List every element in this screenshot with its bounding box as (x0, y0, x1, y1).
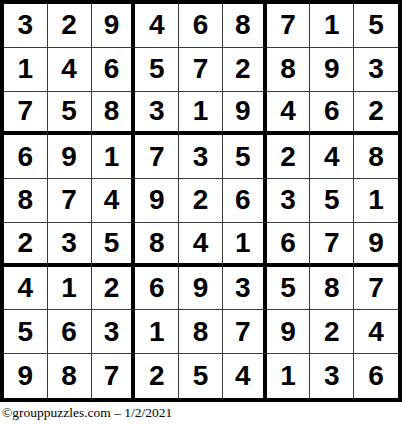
sudoku-cell: 1 (310, 4, 354, 48)
sudoku-cell: 2 (48, 4, 92, 48)
copyright-caption: ©grouppuzzles.com – 1/2/2021 (0, 402, 402, 424)
sudoku-cell: 3 (310, 354, 354, 398)
sudoku-cell: 8 (223, 4, 267, 48)
sudoku-cell: 8 (135, 223, 179, 267)
sudoku-cell: 3 (92, 310, 136, 354)
sudoku-cell: 2 (135, 354, 179, 398)
sudoku-cell: 4 (4, 267, 48, 311)
sudoku-cell: 5 (354, 4, 398, 48)
sudoku-cell: 8 (4, 179, 48, 223)
sudoku-cell: 4 (267, 92, 311, 136)
sudoku-cell: 7 (354, 267, 398, 311)
sudoku-cell: 2 (4, 223, 48, 267)
sudoku-cell: 6 (135, 267, 179, 311)
sudoku-cell: 7 (179, 48, 223, 92)
sudoku-cell: 3 (135, 92, 179, 136)
sudoku-cell: 3 (354, 48, 398, 92)
sudoku-cell: 4 (310, 135, 354, 179)
sudoku-cell: 9 (4, 354, 48, 398)
sudoku-cell: 3 (4, 4, 48, 48)
sudoku-cell: 2 (267, 135, 311, 179)
sudoku-cell: 9 (179, 267, 223, 311)
sudoku-cell: 7 (4, 92, 48, 136)
sudoku-cell: 3 (223, 267, 267, 311)
sudoku-cell: 5 (48, 92, 92, 136)
sudoku-cell: 4 (179, 223, 223, 267)
sudoku-cell: 1 (135, 310, 179, 354)
sudoku-cell: 4 (48, 48, 92, 92)
sudoku-board: 3294687151465728937583194626917352488749… (0, 0, 402, 402)
sudoku-cell: 4 (354, 310, 398, 354)
sudoku-cell: 6 (267, 223, 311, 267)
sudoku-cell: 7 (310, 223, 354, 267)
sudoku-cell: 3 (267, 179, 311, 223)
sudoku-cell: 9 (135, 179, 179, 223)
sudoku-cell: 9 (48, 135, 92, 179)
sudoku-cell: 6 (92, 48, 136, 92)
sudoku-cell: 9 (267, 310, 311, 354)
sudoku-cell: 5 (92, 223, 136, 267)
sudoku-cell: 2 (179, 179, 223, 223)
sudoku-cell: 6 (310, 92, 354, 136)
sudoku-cell: 1 (179, 92, 223, 136)
sudoku-cell: 2 (354, 92, 398, 136)
sudoku-cell: 7 (267, 4, 311, 48)
sudoku-cell: 2 (92, 267, 136, 311)
sudoku-cell: 1 (4, 48, 48, 92)
sudoku-cell: 8 (354, 135, 398, 179)
sudoku-cell: 7 (135, 135, 179, 179)
sudoku-cell: 8 (310, 267, 354, 311)
sudoku-cell: 4 (223, 354, 267, 398)
sudoku-cell: 9 (223, 92, 267, 136)
sudoku-cell: 8 (179, 310, 223, 354)
sudoku-cell: 4 (135, 4, 179, 48)
sudoku-cell: 9 (310, 48, 354, 92)
sudoku-cell: 4 (92, 179, 136, 223)
sudoku-cell: 1 (48, 267, 92, 311)
sudoku-cell: 6 (48, 310, 92, 354)
sudoku-cell: 1 (223, 223, 267, 267)
sudoku-cell: 1 (354, 179, 398, 223)
sudoku-cell: 6 (4, 135, 48, 179)
sudoku-cell: 9 (354, 223, 398, 267)
sudoku-cell: 8 (92, 92, 136, 136)
sudoku-cell: 7 (48, 179, 92, 223)
sudoku-cell: 5 (4, 310, 48, 354)
sudoku-cell: 3 (48, 223, 92, 267)
sudoku-cell: 1 (92, 135, 136, 179)
sudoku-cell: 5 (179, 354, 223, 398)
sudoku-cell: 5 (310, 179, 354, 223)
sudoku-cell: 1 (267, 354, 311, 398)
sudoku-cell: 8 (267, 48, 311, 92)
sudoku-cell: 6 (354, 354, 398, 398)
sudoku-cell: 7 (92, 354, 136, 398)
sudoku-cell: 5 (135, 48, 179, 92)
sudoku-cell: 6 (223, 179, 267, 223)
sudoku-cell: 9 (92, 4, 136, 48)
sudoku-cell: 7 (223, 310, 267, 354)
sudoku-cell: 2 (223, 48, 267, 92)
sudoku-cell: 2 (310, 310, 354, 354)
sudoku-cell: 5 (223, 135, 267, 179)
sudoku-cell: 6 (179, 4, 223, 48)
sudoku-cell: 3 (179, 135, 223, 179)
sudoku-cell: 5 (267, 267, 311, 311)
sudoku-cell: 8 (48, 354, 92, 398)
